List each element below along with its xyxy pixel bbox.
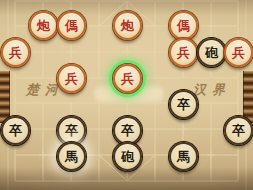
- piece-red-pawn-e5[interactable]: 兵: [113, 64, 142, 93]
- piece-black-pawn-a7[interactable]: 卒: [1, 116, 30, 145]
- piece-red-pawn-a4[interactable]: 兵: [1, 38, 30, 67]
- piece-red-pawn-i4[interactable]: 兵: [224, 38, 253, 67]
- piece-red-cannon-b3[interactable]: 炮: [29, 11, 58, 40]
- piece-black-cannon-e8[interactable]: 砲: [113, 142, 142, 171]
- piece-red-cannon-e3[interactable]: 炮: [113, 11, 142, 40]
- piece-black-pawn-g6[interactable]: 卒: [169, 90, 198, 119]
- piece-black-pawn-i7[interactable]: 卒: [224, 116, 253, 145]
- piece-black-horse-c8[interactable]: 馬: [57, 142, 86, 171]
- xiangqi-board: 楚河 汉界 炮傌炮傌兵兵砲兵兵兵卒卒卒卒卒馬砲馬: [0, 0, 253, 190]
- piece-black-cannon-h4[interactable]: 砲: [197, 38, 226, 67]
- piece-red-horse-c3[interactable]: 傌: [57, 11, 86, 40]
- piece-black-pawn-c7[interactable]: 卒: [57, 116, 86, 145]
- piece-red-pawn-g4[interactable]: 兵: [169, 38, 198, 67]
- piece-red-horse-g3[interactable]: 傌: [169, 11, 198, 40]
- piece-red-pawn-c5[interactable]: 兵: [57, 64, 86, 93]
- piece-black-horse-g8[interactable]: 馬: [169, 142, 198, 171]
- pieces-layer: 炮傌炮傌兵兵砲兵兵兵卒卒卒卒卒馬砲馬: [0, 0, 253, 190]
- piece-black-pawn-e7[interactable]: 卒: [113, 116, 142, 145]
